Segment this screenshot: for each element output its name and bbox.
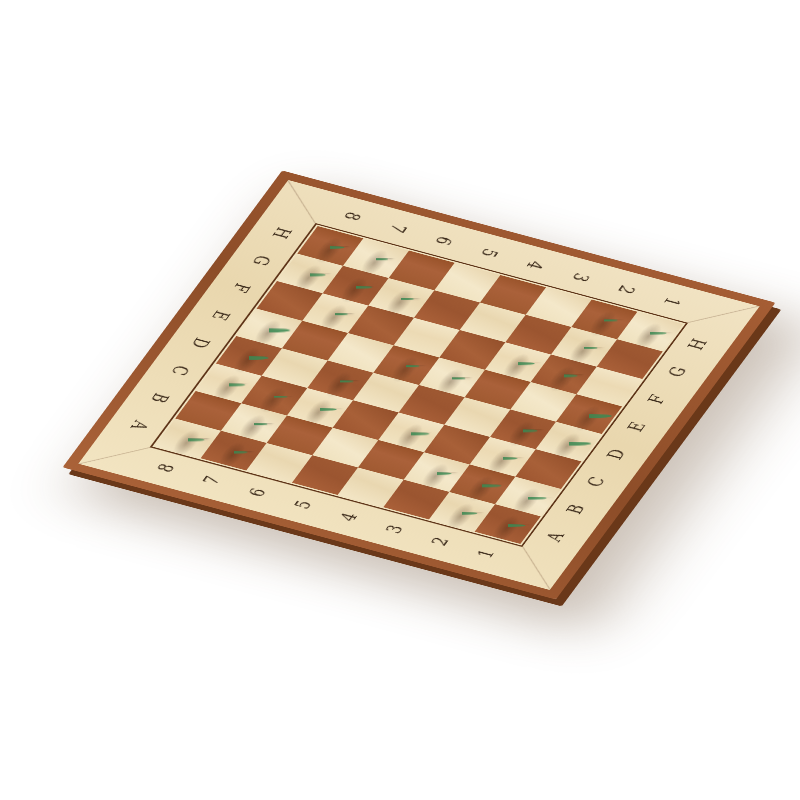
- piece-layer: ♜♟♞♝♟♟♚♛♝♟♟♟♟♜♟♞♟♞♟♜♟♟♝♚♟♛♟♟♝♞♟♜: [63, 170, 776, 599]
- black-knight-glyph: ♞: [289, 346, 351, 415]
- black-pawn-glyph: ♟: [378, 251, 425, 303]
- black-pawn-glyph: ♟: [312, 266, 359, 318]
- white-rook-glyph: ♜: [475, 459, 540, 531]
- chessboard-photo: ABCDEFGHABCDEFGH1234567812345678 ♜♟♞♝♟♟♚…: [0, 0, 800, 800]
- black-pawn-glyph: ♟: [209, 400, 259, 456]
- chessboard: ABCDEFGHABCDEFGH1234567812345678 ♜♟♞♝♟♟♚…: [63, 170, 776, 599]
